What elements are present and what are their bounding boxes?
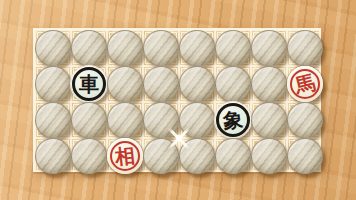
board-cell[interactable]: [143, 66, 179, 102]
board-cell[interactable]: [35, 66, 71, 102]
piece-glyph: 車: [79, 74, 99, 94]
board-cell[interactable]: 相: [107, 138, 143, 174]
board-cell[interactable]: [143, 30, 179, 66]
board-cell[interactable]: [71, 30, 107, 66]
board-cell[interactable]: [179, 66, 215, 102]
board-cell[interactable]: [287, 30, 323, 66]
board-cell[interactable]: [143, 102, 179, 138]
hidden-piece[interactable]: [251, 30, 287, 66]
board-cell[interactable]: [143, 138, 179, 174]
hidden-piece[interactable]: [179, 66, 215, 102]
hidden-piece[interactable]: [287, 30, 323, 66]
board-cell[interactable]: [35, 30, 71, 66]
board-cell[interactable]: [287, 102, 323, 138]
hidden-piece[interactable]: [287, 102, 323, 138]
board-cell[interactable]: [251, 66, 287, 102]
board-cell[interactable]: [71, 102, 107, 138]
board-cell[interactable]: [215, 138, 251, 174]
hidden-piece[interactable]: [107, 66, 143, 102]
hidden-piece[interactable]: [143, 30, 179, 66]
hidden-piece[interactable]: [251, 66, 287, 102]
hidden-piece[interactable]: [71, 138, 107, 174]
hidden-piece[interactable]: [215, 138, 251, 174]
board-cell[interactable]: 馬: [287, 66, 323, 102]
hidden-piece[interactable]: [71, 30, 107, 66]
hidden-piece[interactable]: [215, 66, 251, 102]
hidden-piece[interactable]: [143, 66, 179, 102]
board-cell[interactable]: [35, 102, 71, 138]
board-cell[interactable]: [215, 66, 251, 102]
revealed-black-elephant[interactable]: 象: [215, 102, 251, 138]
hidden-piece[interactable]: [251, 102, 287, 138]
hidden-piece[interactable]: [251, 138, 287, 174]
revealed-red-horse[interactable]: 馬: [287, 66, 323, 102]
board-cell[interactable]: [251, 30, 287, 66]
hidden-piece[interactable]: [35, 138, 71, 174]
board-cell[interactable]: [215, 30, 251, 66]
wood-background: 車馬象相: [0, 0, 356, 200]
board-cell[interactable]: [107, 66, 143, 102]
revealed-red-minister[interactable]: 相: [107, 138, 143, 174]
board-cells: 車馬象相: [35, 30, 319, 170]
board-cell[interactable]: [287, 138, 323, 174]
hidden-piece[interactable]: [179, 102, 215, 138]
board-cell[interactable]: [251, 138, 287, 174]
hidden-piece[interactable]: [35, 102, 71, 138]
piece-glyph: 象: [222, 109, 244, 131]
hidden-piece[interactable]: [35, 66, 71, 102]
board-cell[interactable]: 象: [215, 102, 251, 138]
hidden-piece[interactable]: [143, 102, 179, 138]
piece-glyph: 馬: [293, 72, 317, 96]
banqi-board: 車馬象相: [33, 28, 321, 172]
revealed-black-chariot[interactable]: 車: [71, 66, 107, 102]
board-cell[interactable]: [179, 30, 215, 66]
board-cell[interactable]: [71, 138, 107, 174]
hidden-piece[interactable]: [215, 30, 251, 66]
hidden-piece[interactable]: [35, 30, 71, 66]
hidden-piece[interactable]: [179, 30, 215, 66]
hidden-piece[interactable]: [107, 30, 143, 66]
hidden-piece[interactable]: [71, 102, 107, 138]
board-cell[interactable]: [179, 138, 215, 174]
board-cell[interactable]: [35, 138, 71, 174]
board-cell[interactable]: [107, 102, 143, 138]
piece-glyph: 相: [114, 145, 136, 167]
hidden-piece[interactable]: [107, 102, 143, 138]
hidden-piece[interactable]: [143, 138, 179, 174]
board-cell[interactable]: [251, 102, 287, 138]
hidden-piece[interactable]: [287, 138, 323, 174]
board-cell[interactable]: [179, 102, 215, 138]
board-cell[interactable]: [107, 30, 143, 66]
hidden-piece[interactable]: [179, 138, 215, 174]
board-cell[interactable]: 車: [71, 66, 107, 102]
